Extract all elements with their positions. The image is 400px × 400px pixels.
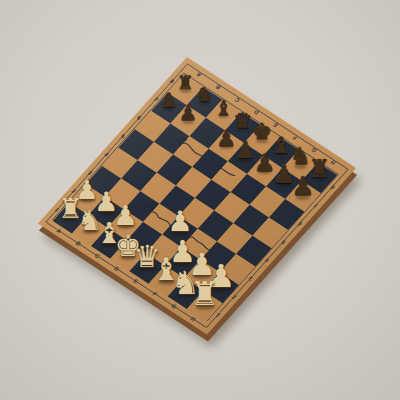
piece-black-pawn-b7[interactable]: ♟	[179, 103, 198, 124]
photo-stage: AABBCCDDEEFFGGHH1122334455667788 ♜♞♟♝♟♛♚…	[0, 0, 400, 400]
piece-black-rook-a8[interactable]: ♜	[177, 74, 194, 93]
piece-black-pawn-a7[interactable]: ♟	[160, 91, 178, 111]
piece-black-pawn-d7[interactable]: ♟	[216, 127, 236, 149]
piece-black-pawn-e7[interactable]: ♟	[235, 139, 256, 162]
piece-white-pawn-e3[interactable]: ♟	[167, 208, 192, 236]
piece-black-pawn-h7[interactable]: ♟	[291, 174, 314, 200]
piece-black-knight-b8[interactable]: ♞	[196, 86, 213, 106]
piece-white-rook-h1[interactable]: ♜	[190, 278, 220, 311]
piece-black-bishop-c8[interactable]: ♝	[215, 98, 233, 118]
pieces-layer: ♜♞♟♝♟♛♚♟♝♟♞♟♜♟♟♟♟♜♟♞♟♝♚♟♛♟♝♟♞♜	[0, 0, 400, 400]
